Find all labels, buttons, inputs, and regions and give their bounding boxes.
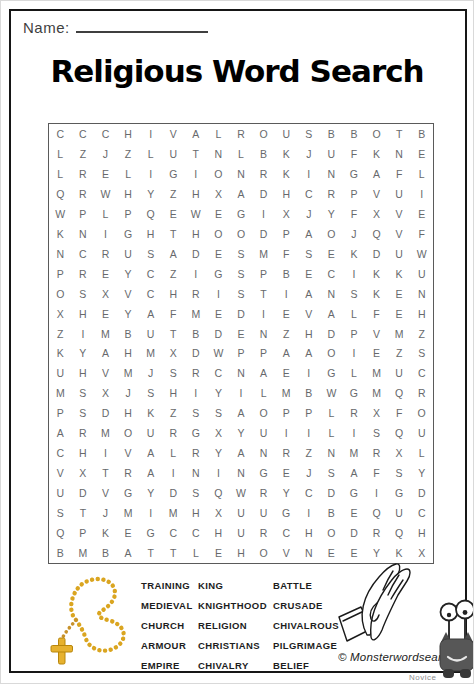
- grid-cell[interactable]: H: [162, 284, 185, 304]
- grid-cell[interactable]: E: [343, 503, 366, 523]
- grid-cell[interactable]: Z: [388, 344, 411, 364]
- grid-cell[interactable]: S: [207, 403, 230, 423]
- grid-cell[interactable]: H: [410, 304, 433, 324]
- grid-cell[interactable]: W: [94, 184, 117, 204]
- grid-cell[interactable]: M: [72, 543, 95, 563]
- grid-cell[interactable]: E: [275, 463, 298, 483]
- grid-cell[interactable]: B: [320, 503, 343, 523]
- grid-cell[interactable]: C: [297, 483, 320, 503]
- grid-cell[interactable]: P: [230, 344, 253, 364]
- grid-cell[interactable]: G: [252, 463, 275, 483]
- grid-cell[interactable]: U: [320, 144, 343, 164]
- grid-cell[interactable]: Y: [117, 304, 140, 324]
- grid-cell[interactable]: Q: [365, 503, 388, 523]
- grid-cell[interactable]: L: [320, 423, 343, 443]
- grid-cell[interactable]: L: [320, 403, 343, 423]
- grid-cell[interactable]: U: [410, 264, 433, 284]
- grid-cell[interactable]: M: [117, 503, 140, 523]
- grid-cell[interactable]: D: [320, 324, 343, 344]
- grid-cell[interactable]: D: [343, 523, 366, 543]
- grid-cell[interactable]: A: [185, 124, 208, 144]
- grid-cell[interactable]: U: [388, 363, 411, 383]
- grid-cell[interactable]: X: [388, 443, 411, 463]
- grid-cell[interactable]: F: [343, 204, 366, 224]
- grid-cell[interactable]: M: [49, 383, 72, 403]
- grid-cell[interactable]: H: [72, 363, 95, 383]
- grid-cell[interactable]: K: [365, 144, 388, 164]
- grid-cell[interactable]: X: [162, 344, 185, 364]
- grid-cell[interactable]: I: [185, 383, 208, 403]
- grid-cell[interactable]: Y: [410, 463, 433, 483]
- grid-cell[interactable]: S: [230, 284, 253, 304]
- grid-cell[interactable]: Q: [388, 383, 411, 403]
- grid-cell[interactable]: R: [185, 363, 208, 383]
- grid-cell[interactable]: A: [162, 244, 185, 264]
- grid-cell[interactable]: K: [139, 403, 162, 423]
- grid-cell[interactable]: B: [343, 124, 366, 144]
- grid-cell[interactable]: S: [162, 363, 185, 383]
- grid-cell[interactable]: E: [410, 204, 433, 224]
- grid-cell[interactable]: T: [252, 284, 275, 304]
- grid-cell[interactable]: P: [49, 403, 72, 423]
- grid-cell[interactable]: Q: [207, 483, 230, 503]
- grid-cell[interactable]: V: [365, 184, 388, 204]
- grid-cell[interactable]: C: [185, 523, 208, 543]
- grid-cell[interactable]: T: [162, 543, 185, 563]
- grid-cell[interactable]: K: [365, 284, 388, 304]
- grid-cell[interactable]: F: [343, 144, 366, 164]
- grid-cell[interactable]: R: [162, 423, 185, 443]
- grid-cell[interactable]: L: [252, 383, 275, 403]
- grid-cell[interactable]: H: [162, 383, 185, 403]
- grid-cell[interactable]: T: [94, 463, 117, 483]
- grid-cell[interactable]: H: [207, 523, 230, 543]
- grid-cell[interactable]: X: [207, 184, 230, 204]
- grid-cell[interactable]: U: [230, 523, 253, 543]
- grid-cell[interactable]: P: [117, 204, 140, 224]
- grid-cell[interactable]: W: [49, 204, 72, 224]
- grid-cell[interactable]: A: [230, 443, 253, 463]
- grid-cell[interactable]: M: [275, 383, 298, 403]
- grid-cell[interactable]: D: [162, 483, 185, 503]
- grid-cell[interactable]: M: [343, 443, 366, 463]
- grid-cell[interactable]: H: [117, 124, 140, 144]
- grid-cell[interactable]: A: [94, 344, 117, 364]
- grid-cell[interactable]: I: [297, 164, 320, 184]
- grid-cell[interactable]: I: [207, 284, 230, 304]
- grid-cell[interactable]: N: [320, 443, 343, 463]
- grid-cell[interactable]: I: [252, 204, 275, 224]
- grid-cell[interactable]: J: [343, 224, 366, 244]
- grid-cell[interactable]: U: [49, 363, 72, 383]
- grid-cell[interactable]: S: [388, 463, 411, 483]
- grid-cell[interactable]: R: [230, 124, 253, 144]
- grid-cell[interactable]: C: [297, 184, 320, 204]
- grid-cell[interactable]: M: [388, 324, 411, 344]
- grid-cell[interactable]: I: [230, 383, 253, 403]
- grid-cell[interactable]: R: [72, 184, 95, 204]
- grid-cell[interactable]: G: [139, 523, 162, 543]
- grid-cell[interactable]: P: [297, 403, 320, 423]
- grid-cell[interactable]: D: [320, 483, 343, 503]
- grid-cell[interactable]: B: [117, 324, 140, 344]
- grid-cell[interactable]: G: [275, 503, 298, 523]
- grid-cell[interactable]: E: [230, 324, 253, 344]
- grid-cell[interactable]: E: [207, 543, 230, 563]
- grid-cell[interactable]: M: [252, 244, 275, 264]
- grid-cell[interactable]: Y: [275, 483, 298, 503]
- grid-cell[interactable]: H: [117, 403, 140, 423]
- grid-cell[interactable]: J: [297, 463, 320, 483]
- grid-cell[interactable]: J: [139, 363, 162, 383]
- grid-cell[interactable]: H: [72, 304, 95, 324]
- grid-cell[interactable]: V: [388, 204, 411, 224]
- grid-cell[interactable]: F: [388, 403, 411, 423]
- grid-cell[interactable]: N: [49, 244, 72, 264]
- grid-cell[interactable]: I: [207, 463, 230, 483]
- grid-cell[interactable]: L: [94, 204, 117, 224]
- grid-cell[interactable]: U: [252, 503, 275, 523]
- grid-cell[interactable]: D: [410, 483, 433, 503]
- grid-cell[interactable]: E: [275, 304, 298, 324]
- grid-cell[interactable]: I: [343, 423, 366, 443]
- grid-cell[interactable]: V: [94, 483, 117, 503]
- grid-cell[interactable]: S: [230, 244, 253, 264]
- grid-cell[interactable]: C: [72, 124, 95, 144]
- grid-cell[interactable]: U: [49, 483, 72, 503]
- grid-cell[interactable]: R: [320, 184, 343, 204]
- grid-cell[interactable]: L: [49, 164, 72, 184]
- grid-cell[interactable]: N: [320, 284, 343, 304]
- grid-cell[interactable]: H: [185, 503, 208, 523]
- grid-cell[interactable]: Y: [72, 344, 95, 364]
- grid-cell[interactable]: X: [410, 543, 433, 563]
- grid-cell[interactable]: A: [275, 344, 298, 364]
- grid-cell[interactable]: M: [162, 503, 185, 523]
- grid-cell[interactable]: H: [230, 543, 253, 563]
- grid-cell[interactable]: S: [365, 423, 388, 443]
- grid-cell[interactable]: P: [252, 344, 275, 364]
- grid-cell[interactable]: Q: [49, 184, 72, 204]
- grid-cell[interactable]: N: [410, 284, 433, 304]
- grid-cell[interactable]: X: [365, 204, 388, 224]
- grid-cell[interactable]: L: [410, 443, 433, 463]
- grid-cell[interactable]: F: [275, 244, 298, 264]
- grid-cell[interactable]: S: [72, 403, 95, 423]
- grid-cell[interactable]: M: [185, 304, 208, 324]
- grid-cell[interactable]: H: [297, 523, 320, 543]
- grid-cell[interactable]: I: [365, 483, 388, 503]
- grid-cell[interactable]: I: [297, 363, 320, 383]
- grid-cell[interactable]: K: [275, 164, 298, 184]
- grid-cell[interactable]: L: [49, 144, 72, 164]
- grid-cell[interactable]: L: [117, 164, 140, 184]
- grid-cell[interactable]: C: [410, 503, 433, 523]
- grid-cell[interactable]: A: [230, 184, 253, 204]
- grid-cell[interactable]: I: [343, 264, 366, 284]
- grid-cell[interactable]: P: [275, 224, 298, 244]
- grid-cell[interactable]: X: [275, 204, 298, 224]
- grid-cell[interactable]: Z: [162, 264, 185, 284]
- grid-cell[interactable]: N: [230, 463, 253, 483]
- grid-cell[interactable]: U: [388, 184, 411, 204]
- grid-cell[interactable]: I: [275, 423, 298, 443]
- grid-cell[interactable]: C: [207, 363, 230, 383]
- grid-cell[interactable]: X: [72, 463, 95, 483]
- grid-cell[interactable]: T: [139, 543, 162, 563]
- grid-cell[interactable]: R: [72, 264, 95, 284]
- grid-cell[interactable]: W: [207, 344, 230, 364]
- grid-cell[interactable]: M: [139, 344, 162, 364]
- grid-cell[interactable]: L: [139, 144, 162, 164]
- grid-cell[interactable]: P: [49, 264, 72, 284]
- grid-cell[interactable]: A: [230, 403, 253, 423]
- grid-cell[interactable]: G: [320, 363, 343, 383]
- grid-cell[interactable]: X: [207, 503, 230, 523]
- grid-cell[interactable]: S: [297, 244, 320, 264]
- grid-cell[interactable]: G: [388, 483, 411, 503]
- grid-cell[interactable]: B: [185, 324, 208, 344]
- grid-cell[interactable]: P: [72, 523, 95, 543]
- grid-cell[interactable]: G: [117, 224, 140, 244]
- grid-cell[interactable]: E: [94, 264, 117, 284]
- grid-cell[interactable]: O: [207, 164, 230, 184]
- grid-cell[interactable]: A: [49, 423, 72, 443]
- grid-cell[interactable]: Y: [139, 483, 162, 503]
- grid-cell[interactable]: C: [320, 264, 343, 284]
- grid-cell[interactable]: E: [365, 344, 388, 364]
- grid-cell[interactable]: K: [388, 543, 411, 563]
- grid-cell[interactable]: W: [230, 483, 253, 503]
- grid-cell[interactable]: V: [94, 363, 117, 383]
- grid-cell[interactable]: E: [207, 204, 230, 224]
- grid-cell[interactable]: Q: [139, 204, 162, 224]
- grid-cell[interactable]: O: [117, 423, 140, 443]
- grid-cell[interactable]: V: [275, 543, 298, 563]
- grid-cell[interactable]: U: [162, 144, 185, 164]
- grid-cell[interactable]: Y: [320, 204, 343, 224]
- grid-cell[interactable]: E: [388, 304, 411, 324]
- grid-cell[interactable]: K: [275, 144, 298, 164]
- grid-cell[interactable]: A: [139, 463, 162, 483]
- grid-cell[interactable]: D: [185, 344, 208, 364]
- grid-cell[interactable]: H: [72, 443, 95, 463]
- grid-cell[interactable]: R: [410, 383, 433, 403]
- grid-cell[interactable]: O: [320, 523, 343, 543]
- grid-cell[interactable]: T: [162, 324, 185, 344]
- grid-cell[interactable]: V: [365, 324, 388, 344]
- grid-cell[interactable]: V: [162, 124, 185, 144]
- grid-cell[interactable]: O: [252, 403, 275, 423]
- grid-cell[interactable]: I: [343, 344, 366, 364]
- grid-cell[interactable]: M: [117, 363, 140, 383]
- grid-cell[interactable]: J: [117, 383, 140, 403]
- grid-cell[interactable]: S: [297, 124, 320, 144]
- grid-cell[interactable]: N: [297, 543, 320, 563]
- grid-cell[interactable]: U: [139, 324, 162, 344]
- grid-cell[interactable]: X: [207, 423, 230, 443]
- grid-cell[interactable]: I: [252, 304, 275, 324]
- grid-cell[interactable]: I: [185, 164, 208, 184]
- grid-cell[interactable]: R: [117, 463, 140, 483]
- grid-cell[interactable]: K: [343, 244, 366, 264]
- grid-cell[interactable]: C: [49, 443, 72, 463]
- grid-cell[interactable]: A: [252, 363, 275, 383]
- grid-cell[interactable]: D: [365, 244, 388, 264]
- grid-cell[interactable]: G: [343, 164, 366, 184]
- grid-cell[interactable]: K: [365, 264, 388, 284]
- grid-cell[interactable]: U: [410, 423, 433, 443]
- grid-cell[interactable]: G: [230, 204, 253, 224]
- grid-cell[interactable]: S: [139, 244, 162, 264]
- grid-cell[interactable]: U: [230, 503, 253, 523]
- grid-cell[interactable]: R: [185, 443, 208, 463]
- grid-cell[interactable]: S: [185, 483, 208, 503]
- grid-cell[interactable]: Z: [72, 144, 95, 164]
- grid-cell[interactable]: C: [49, 124, 72, 144]
- grid-cell[interactable]: C: [72, 244, 95, 264]
- grid-cell[interactable]: I: [139, 164, 162, 184]
- grid-cell[interactable]: I: [139, 124, 162, 144]
- grid-cell[interactable]: U: [252, 423, 275, 443]
- grid-cell[interactable]: S: [72, 284, 95, 304]
- grid-cell[interactable]: A: [139, 304, 162, 324]
- grid-cell[interactable]: D: [252, 184, 275, 204]
- grid-cell[interactable]: L: [230, 144, 253, 164]
- grid-cell[interactable]: A: [139, 443, 162, 463]
- grid-cell[interactable]: N: [320, 164, 343, 184]
- grid-cell[interactable]: V: [117, 284, 140, 304]
- grid-cell[interactable]: E: [343, 543, 366, 563]
- grid-cell[interactable]: M: [365, 363, 388, 383]
- grid-cell[interactable]: F: [365, 463, 388, 483]
- grid-cell[interactable]: N: [72, 224, 95, 244]
- grid-cell[interactable]: G: [185, 423, 208, 443]
- grid-cell[interactable]: G: [343, 483, 366, 503]
- grid-cell[interactable]: M: [94, 423, 117, 443]
- grid-cell[interactable]: P: [343, 184, 366, 204]
- grid-cell[interactable]: P: [252, 264, 275, 284]
- grid-cell[interactable]: Y: [117, 264, 140, 284]
- grid-cell[interactable]: C: [410, 363, 433, 383]
- grid-cell[interactable]: Z: [275, 324, 298, 344]
- grid-cell[interactable]: W: [185, 204, 208, 224]
- grid-cell[interactable]: K: [94, 523, 117, 543]
- grid-cell[interactable]: U: [388, 503, 411, 523]
- grid-cell[interactable]: X: [94, 383, 117, 403]
- grid-cell[interactable]: S: [343, 284, 366, 304]
- grid-cell[interactable]: P: [275, 403, 298, 423]
- grid-cell[interactable]: E: [207, 304, 230, 324]
- grid-cell[interactable]: S: [49, 503, 72, 523]
- grid-cell[interactable]: N: [388, 144, 411, 164]
- grid-cell[interactable]: A: [117, 543, 140, 563]
- grid-cell[interactable]: I: [297, 423, 320, 443]
- grid-cell[interactable]: U: [139, 423, 162, 443]
- grid-cell[interactable]: E: [275, 363, 298, 383]
- grid-cell[interactable]: D: [252, 224, 275, 244]
- grid-cell[interactable]: A: [297, 284, 320, 304]
- grid-cell[interactable]: O: [320, 344, 343, 364]
- grid-cell[interactable]: L: [343, 363, 366, 383]
- grid-cell[interactable]: C: [139, 264, 162, 284]
- grid-cell[interactable]: G: [117, 483, 140, 503]
- grid-cell[interactable]: E: [297, 264, 320, 284]
- grid-cell[interactable]: C: [162, 523, 185, 543]
- grid-cell[interactable]: E: [94, 164, 117, 184]
- grid-cell[interactable]: S: [139, 383, 162, 403]
- grid-cell[interactable]: E: [320, 543, 343, 563]
- grid-cell[interactable]: R: [185, 284, 208, 304]
- grid-cell[interactable]: T: [185, 144, 208, 164]
- grid-cell[interactable]: G: [343, 383, 366, 403]
- grid-cell[interactable]: V: [297, 304, 320, 324]
- grid-cell[interactable]: D: [72, 483, 95, 503]
- grid-cell[interactable]: E: [320, 244, 343, 264]
- grid-cell[interactable]: N: [252, 324, 275, 344]
- grid-cell[interactable]: D: [94, 403, 117, 423]
- grid-cell[interactable]: Z: [410, 324, 433, 344]
- grid-cell[interactable]: Z: [117, 144, 140, 164]
- grid-cell[interactable]: E: [117, 523, 140, 543]
- grid-cell[interactable]: R: [365, 443, 388, 463]
- grid-cell[interactable]: A: [320, 304, 343, 324]
- grid-cell[interactable]: M: [365, 383, 388, 403]
- grid-cell[interactable]: C: [94, 124, 117, 144]
- grid-cell[interactable]: E: [388, 284, 411, 304]
- grid-cell[interactable]: H: [117, 184, 140, 204]
- grid-cell[interactable]: X: [49, 304, 72, 324]
- grid-cell[interactable]: O: [365, 124, 388, 144]
- grid-cell[interactable]: H: [139, 224, 162, 244]
- grid-cell[interactable]: R: [72, 164, 95, 184]
- grid-cell[interactable]: T: [388, 124, 411, 144]
- grid-cell[interactable]: R: [94, 244, 117, 264]
- grid-cell[interactable]: U: [275, 124, 298, 144]
- grid-cell[interactable]: R: [252, 523, 275, 543]
- grid-cell[interactable]: X: [94, 284, 117, 304]
- grid-cell[interactable]: L: [343, 304, 366, 324]
- grid-cell[interactable]: N: [230, 164, 253, 184]
- grid-cell[interactable]: E: [94, 304, 117, 324]
- grid-cell[interactable]: Q: [388, 523, 411, 543]
- grid-cell[interactable]: Q: [388, 423, 411, 443]
- grid-cell[interactable]: O: [252, 543, 275, 563]
- grid-cell[interactable]: N: [185, 463, 208, 483]
- grid-cell[interactable]: O: [410, 403, 433, 423]
- grid-cell[interactable]: Z: [162, 184, 185, 204]
- grid-cell[interactable]: Y: [207, 383, 230, 403]
- grid-cell[interactable]: R: [343, 403, 366, 423]
- grid-cell[interactable]: F: [162, 304, 185, 324]
- grid-cell[interactable]: H: [297, 324, 320, 344]
- grid-cell[interactable]: S: [230, 264, 253, 284]
- grid-cell[interactable]: A: [365, 164, 388, 184]
- grid-cell[interactable]: I: [297, 503, 320, 523]
- grid-cell[interactable]: V: [388, 224, 411, 244]
- grid-cell[interactable]: Q: [365, 224, 388, 244]
- grid-cell[interactable]: J: [94, 503, 117, 523]
- grid-cell[interactable]: U: [117, 244, 140, 264]
- grid-cell[interactable]: K: [49, 224, 72, 244]
- grid-cell[interactable]: F: [365, 304, 388, 324]
- grid-cell[interactable]: I: [162, 463, 185, 483]
- grid-cell[interactable]: O: [207, 224, 230, 244]
- grid-cell[interactable]: R: [252, 483, 275, 503]
- grid-cell[interactable]: R: [275, 443, 298, 463]
- grid-cell[interactable]: I: [185, 264, 208, 284]
- grid-cell[interactable]: Z: [297, 443, 320, 463]
